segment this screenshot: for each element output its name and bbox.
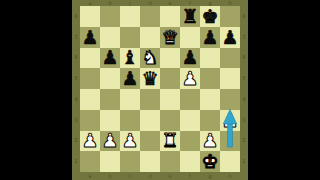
square-h5[interactable] bbox=[220, 68, 240, 89]
rank-label-right-3: 3 bbox=[240, 110, 248, 131]
square-d7[interactable] bbox=[140, 27, 160, 48]
square-f5[interactable]: ♟ bbox=[180, 68, 200, 89]
square-g3[interactable] bbox=[200, 110, 220, 131]
square-a1[interactable] bbox=[80, 151, 100, 172]
square-g7[interactable]: ♟ bbox=[200, 27, 220, 48]
square-e5[interactable] bbox=[160, 68, 180, 89]
rank-label-right-4: 4 bbox=[240, 89, 248, 110]
file-label-bottom-c: c bbox=[120, 172, 140, 180]
rank-label-left-8: 8 bbox=[72, 6, 80, 27]
square-b4[interactable] bbox=[100, 89, 120, 110]
white-pawn-b2: ♟ bbox=[101, 131, 118, 150]
rank-label-left-4: 4 bbox=[72, 89, 80, 110]
square-d5[interactable]: ♛ bbox=[140, 68, 160, 89]
square-f8[interactable]: ♜ bbox=[180, 6, 200, 27]
black-pawn-h7: ♟ bbox=[221, 28, 238, 47]
black-pawn-f6: ♟ bbox=[181, 48, 198, 67]
square-a5[interactable] bbox=[80, 68, 100, 89]
black-pawn-a7: ♟ bbox=[81, 28, 98, 47]
square-c8[interactable] bbox=[120, 6, 140, 27]
square-e6[interactable] bbox=[160, 48, 180, 69]
white-king-g1: ♚ bbox=[201, 152, 218, 171]
square-e3[interactable] bbox=[160, 110, 180, 131]
square-a3[interactable] bbox=[80, 110, 100, 131]
square-f7[interactable] bbox=[180, 27, 200, 48]
file-label-bottom-g: g bbox=[200, 172, 220, 180]
black-pawn-g7: ♟ bbox=[201, 28, 218, 47]
square-c1[interactable] bbox=[120, 151, 140, 172]
file-label-bottom-e: e bbox=[160, 172, 180, 180]
rank-label-right-8: 8 bbox=[240, 6, 248, 27]
border-corner bbox=[72, 172, 80, 180]
black-rook-f8: ♜ bbox=[181, 7, 198, 26]
square-h3[interactable]: ♟ bbox=[220, 110, 240, 131]
file-label-bottom-d: d bbox=[140, 172, 160, 180]
black-bishop-c6: ♝ bbox=[121, 48, 138, 67]
square-g5[interactable] bbox=[200, 68, 220, 89]
square-d4[interactable] bbox=[140, 89, 160, 110]
white-rook-e2: ♜ bbox=[161, 131, 178, 150]
square-c4[interactable] bbox=[120, 89, 140, 110]
square-g4[interactable] bbox=[200, 89, 220, 110]
rank-label-left-7: 7 bbox=[72, 27, 80, 48]
square-d8[interactable] bbox=[140, 6, 160, 27]
white-pawn-h3: ♟ bbox=[221, 111, 238, 130]
square-e1[interactable] bbox=[160, 151, 180, 172]
square-g2[interactable]: ♟ bbox=[200, 131, 220, 152]
square-a6[interactable] bbox=[80, 48, 100, 69]
square-d1[interactable] bbox=[140, 151, 160, 172]
square-g1[interactable]: ♚ bbox=[200, 151, 220, 172]
square-b8[interactable] bbox=[100, 6, 120, 27]
rank-label-left-2: 2 bbox=[72, 131, 80, 152]
square-b7[interactable] bbox=[100, 27, 120, 48]
square-c6[interactable]: ♝ bbox=[120, 48, 140, 69]
square-h6[interactable] bbox=[220, 48, 240, 69]
square-b1[interactable] bbox=[100, 151, 120, 172]
square-e8[interactable] bbox=[160, 6, 180, 27]
square-f4[interactable] bbox=[180, 89, 200, 110]
square-a7[interactable]: ♟ bbox=[80, 27, 100, 48]
white-pawn-a2: ♟ bbox=[81, 131, 98, 150]
square-c5[interactable]: ♟ bbox=[120, 68, 140, 89]
rank-label-right-7: 7 bbox=[240, 27, 248, 48]
rank-label-left-5: 5 bbox=[72, 68, 80, 89]
square-b2[interactable]: ♟ bbox=[100, 131, 120, 152]
white-knight-d6: ♞ bbox=[141, 48, 158, 67]
rank-label-left-3: 3 bbox=[72, 110, 80, 131]
rank-label-right-6: 6 bbox=[240, 48, 248, 69]
white-pawn-g2: ♟ bbox=[201, 131, 218, 150]
file-label-bottom-h: h bbox=[220, 172, 240, 180]
square-f1[interactable] bbox=[180, 151, 200, 172]
square-h7[interactable]: ♟ bbox=[220, 27, 240, 48]
square-c7[interactable] bbox=[120, 27, 140, 48]
black-king-g8: ♚ bbox=[201, 7, 218, 26]
square-a8[interactable] bbox=[80, 6, 100, 27]
square-g6[interactable] bbox=[200, 48, 220, 69]
square-h1[interactable] bbox=[220, 151, 240, 172]
white-queen-e7: ♛ bbox=[161, 28, 178, 47]
black-pawn-c5: ♟ bbox=[121, 69, 138, 88]
chess-board: abcdefgh8♜♚87♟♛♟♟76♟♝♞♟65♟♛♟5443♟32♟♟♟♜♟… bbox=[72, 0, 248, 180]
square-e7[interactable]: ♛ bbox=[160, 27, 180, 48]
square-a2[interactable]: ♟ bbox=[80, 131, 100, 152]
square-b3[interactable] bbox=[100, 110, 120, 131]
file-label-bottom-f: f bbox=[180, 172, 200, 180]
square-d3[interactable] bbox=[140, 110, 160, 131]
square-d6[interactable]: ♞ bbox=[140, 48, 160, 69]
square-e4[interactable] bbox=[160, 89, 180, 110]
white-pawn-f5: ♟ bbox=[181, 69, 198, 88]
square-c3[interactable] bbox=[120, 110, 140, 131]
file-label-bottom-b: b bbox=[100, 172, 120, 180]
square-a4[interactable] bbox=[80, 89, 100, 110]
square-h2[interactable] bbox=[220, 131, 240, 152]
square-b5[interactable] bbox=[100, 68, 120, 89]
black-queen-d5: ♛ bbox=[141, 69, 158, 88]
rank-label-right-1: 1 bbox=[240, 151, 248, 172]
border-corner bbox=[240, 172, 248, 180]
black-pawn-b6: ♟ bbox=[101, 48, 118, 67]
square-b6[interactable]: ♟ bbox=[100, 48, 120, 69]
square-e2[interactable]: ♜ bbox=[160, 131, 180, 152]
square-f6[interactable]: ♟ bbox=[180, 48, 200, 69]
file-label-bottom-a: a bbox=[80, 172, 100, 180]
rank-label-right-2: 2 bbox=[240, 131, 248, 152]
letterbox-background: abcdefgh8♜♚87♟♛♟♟76♟♝♞♟65♟♛♟5443♟32♟♟♟♜♟… bbox=[0, 0, 320, 180]
square-f2[interactable] bbox=[180, 131, 200, 152]
rank-label-left-6: 6 bbox=[72, 48, 80, 69]
square-h8[interactable] bbox=[220, 6, 240, 27]
square-h4[interactable] bbox=[220, 89, 240, 110]
square-f3[interactable] bbox=[180, 110, 200, 131]
rank-label-left-1: 1 bbox=[72, 151, 80, 172]
white-pawn-c2: ♟ bbox=[121, 131, 138, 150]
square-d2[interactable] bbox=[140, 131, 160, 152]
square-g8[interactable]: ♚ bbox=[200, 6, 220, 27]
rank-label-right-5: 5 bbox=[240, 68, 248, 89]
square-c2[interactable]: ♟ bbox=[120, 131, 140, 152]
